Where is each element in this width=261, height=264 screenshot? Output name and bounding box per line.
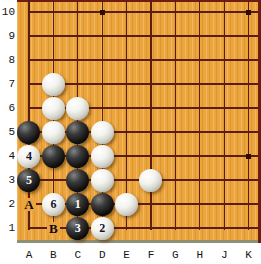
- star-point-K4: [246, 154, 251, 159]
- column-label-B: B: [45, 248, 61, 262]
- stone-white-B5[interactable]: [42, 121, 65, 144]
- row-label-5: 5: [0, 125, 15, 139]
- column-label-H: H: [192, 248, 208, 262]
- go-board-diagram: 10987654321 ABCDEFGHJK 456132AB: [0, 0, 261, 264]
- stone-white-D5[interactable]: [91, 121, 114, 144]
- row-label-8: 8: [0, 53, 15, 67]
- stone-black-C3[interactable]: [66, 169, 89, 192]
- stone-black-D2[interactable]: [91, 193, 114, 216]
- stone-black-C4[interactable]: [66, 145, 89, 168]
- column-label-A: A: [21, 248, 37, 262]
- stone-white-F3[interactable]: [139, 169, 162, 192]
- stone-black-C1-move-3[interactable]: 3: [66, 217, 89, 240]
- board-bottom-edge-shadow: [17, 240, 258, 243]
- stone-black-A5[interactable]: [17, 121, 40, 144]
- row-label-4: 4: [0, 149, 15, 163]
- stone-black-C2-move-1[interactable]: 1: [66, 193, 89, 216]
- row-label-9: 9: [0, 29, 15, 43]
- stone-white-D4[interactable]: [91, 145, 114, 168]
- row-label-7: 7: [0, 77, 15, 91]
- stone-white-D3[interactable]: [91, 169, 114, 192]
- column-label-F: F: [143, 248, 159, 262]
- column-label-E: E: [119, 248, 135, 262]
- column-label-K: K: [241, 248, 257, 262]
- stone-white-B2-move-6[interactable]: 6: [42, 193, 65, 216]
- stone-black-C5[interactable]: [66, 121, 89, 144]
- row-label-2: 2: [0, 197, 15, 211]
- star-point-K10: [246, 10, 251, 15]
- row-label-10: 10: [0, 5, 15, 19]
- letter-mark-A-A2[interactable]: A: [22, 198, 35, 211]
- stone-black-A3-move-5[interactable]: 5: [17, 169, 40, 192]
- stone-white-D1-move-2[interactable]: 2: [91, 217, 114, 240]
- stone-white-A4-move-4[interactable]: 4: [17, 145, 40, 168]
- column-label-C: C: [70, 248, 86, 262]
- stone-white-B7[interactable]: [42, 73, 65, 96]
- stone-white-C6[interactable]: [66, 97, 89, 120]
- star-point-D10: [100, 10, 105, 15]
- stone-white-B6[interactable]: [42, 97, 65, 120]
- stone-white-E2[interactable]: [115, 193, 138, 216]
- column-label-G: G: [167, 248, 183, 262]
- row-label-6: 6: [0, 101, 15, 115]
- column-label-J: J: [216, 248, 232, 262]
- row-label-3: 3: [0, 173, 15, 187]
- row-label-1: 1: [0, 221, 15, 235]
- column-label-D: D: [94, 248, 110, 262]
- letter-mark-B-B1[interactable]: B: [47, 222, 60, 235]
- go-board-grid[interactable]: 456132AB: [17, 0, 261, 240]
- stone-black-B4[interactable]: [42, 145, 65, 168]
